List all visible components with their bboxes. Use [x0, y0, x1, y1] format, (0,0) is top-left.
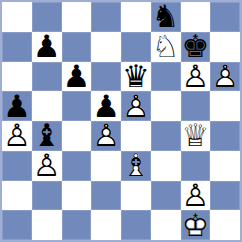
square-g2[interactable]: ♟♙ — [181, 181, 211, 211]
piece-glyph-outline: ♙ — [32, 151, 62, 181]
square-c8[interactable] — [62, 2, 92, 32]
square-g1[interactable]: ♚♔ — [181, 210, 211, 240]
square-a7[interactable] — [2, 32, 32, 62]
square-f7[interactable]: ♞♘ — [151, 32, 181, 62]
white-pawn-icon[interactable]: ♟♙ — [210, 62, 240, 92]
square-f3[interactable] — [151, 151, 181, 181]
square-c3[interactable] — [62, 151, 92, 181]
square-c6[interactable]: ♟ — [62, 62, 92, 92]
white-king-icon[interactable]: ♚♔ — [181, 210, 211, 240]
square-d4[interactable]: ♟♙ — [91, 121, 121, 151]
piece-glyph: ♟ — [62, 62, 92, 92]
piece-glyph-outline: ♕ — [181, 121, 211, 151]
square-h8[interactable] — [210, 2, 240, 32]
square-a6[interactable] — [2, 62, 32, 92]
square-d6[interactable] — [91, 62, 121, 92]
square-e5[interactable]: ♟♙ — [121, 91, 151, 121]
piece-glyph: ♛ — [121, 62, 151, 92]
square-h3[interactable] — [210, 151, 240, 181]
black-pawn-icon[interactable]: ♟ — [32, 32, 62, 62]
white-knight-icon[interactable]: ♞♘ — [151, 32, 181, 62]
square-b3[interactable]: ♟♙ — [32, 151, 62, 181]
square-c2[interactable] — [62, 181, 92, 211]
square-e1[interactable] — [121, 210, 151, 240]
white-pawn-icon[interactable]: ♟♙ — [91, 121, 121, 151]
square-d3[interactable] — [91, 151, 121, 181]
piece-glyph-outline: ♙ — [2, 121, 32, 151]
black-queen-icon[interactable]: ♛ — [121, 62, 151, 92]
square-b1[interactable] — [32, 210, 62, 240]
square-c4[interactable] — [62, 121, 92, 151]
white-pawn-icon[interactable]: ♟♙ — [32, 151, 62, 181]
square-e2[interactable] — [121, 181, 151, 211]
square-e3[interactable]: ♝♗ — [121, 151, 151, 181]
white-pawn-icon[interactable]: ♟♙ — [181, 181, 211, 211]
white-bishop-icon[interactable]: ♝♗ — [121, 151, 151, 181]
square-g4[interactable]: ♛♕ — [181, 121, 211, 151]
square-e6[interactable]: ♛ — [121, 62, 151, 92]
white-pawn-icon[interactable]: ♟♙ — [121, 91, 151, 121]
square-f2[interactable] — [151, 181, 181, 211]
square-d1[interactable] — [91, 210, 121, 240]
square-a8[interactable] — [2, 2, 32, 32]
square-h5[interactable] — [210, 91, 240, 121]
square-g6[interactable]: ♟♙ — [181, 62, 211, 92]
square-h2[interactable] — [210, 181, 240, 211]
square-b2[interactable] — [32, 181, 62, 211]
piece-glyph-outline: ♔ — [181, 210, 211, 240]
square-a1[interactable] — [2, 210, 32, 240]
white-pawn-icon[interactable]: ♟♙ — [2, 121, 32, 151]
square-a2[interactable] — [2, 181, 32, 211]
piece-glyph-outline: ♙ — [91, 121, 121, 151]
square-d8[interactable] — [91, 2, 121, 32]
square-d7[interactable] — [91, 32, 121, 62]
chess-board: ♞♟♞♘♚♟♛♟♙♟♙♟♟♟♙♟♙♝♟♙♛♕♟♙♝♗♟♙♚♔ — [0, 0, 242, 242]
square-c5[interactable] — [62, 91, 92, 121]
white-queen-icon[interactable]: ♛♕ — [181, 121, 211, 151]
piece-glyph: ♟ — [32, 32, 62, 62]
square-e8[interactable] — [121, 2, 151, 32]
piece-glyph-outline: ♙ — [181, 181, 211, 211]
chess-board-container: ♞♟♞♘♚♟♛♟♙♟♙♟♟♟♙♟♙♝♟♙♛♕♟♙♝♗♟♙♚♔ — [0, 0, 242, 242]
square-a3[interactable] — [2, 151, 32, 181]
square-b7[interactable]: ♟ — [32, 32, 62, 62]
piece-glyph-outline: ♘ — [151, 32, 181, 62]
white-pawn-icon[interactable]: ♟♙ — [181, 62, 211, 92]
square-a4[interactable]: ♟♙ — [2, 121, 32, 151]
black-pawn-icon[interactable]: ♟ — [62, 62, 92, 92]
square-d2[interactable] — [91, 181, 121, 211]
square-f1[interactable] — [151, 210, 181, 240]
square-f6[interactable] — [151, 62, 181, 92]
square-f4[interactable] — [151, 121, 181, 151]
piece-glyph-outline: ♙ — [181, 62, 211, 92]
piece-glyph-outline: ♙ — [121, 91, 151, 121]
square-h6[interactable]: ♟♙ — [210, 62, 240, 92]
square-f5[interactable] — [151, 91, 181, 121]
square-h1[interactable] — [210, 210, 240, 240]
piece-glyph-outline: ♙ — [210, 62, 240, 92]
piece-glyph-outline: ♗ — [121, 151, 151, 181]
square-c1[interactable] — [62, 210, 92, 240]
square-b6[interactable] — [32, 62, 62, 92]
square-h4[interactable] — [210, 121, 240, 151]
